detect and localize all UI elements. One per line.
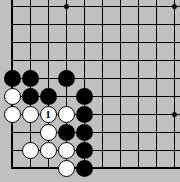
intersection — [39, 51, 57, 69]
intersection — [111, 69, 129, 87]
intersection — [75, 33, 93, 51]
intersection — [21, 123, 39, 141]
intersection — [111, 159, 129, 177]
white-stone — [4, 106, 21, 123]
intersection — [129, 69, 147, 87]
black-stone — [76, 142, 93, 159]
intersection — [129, 51, 147, 69]
intersection — [165, 51, 180, 69]
black-stone — [76, 106, 93, 123]
intersection — [3, 141, 21, 159]
intersection — [21, 0, 39, 15]
intersection — [93, 33, 111, 51]
intersection — [93, 69, 111, 87]
intersection — [93, 105, 111, 123]
intersection — [3, 159, 21, 177]
black-stone — [40, 88, 57, 105]
white-stone — [4, 88, 21, 105]
black-stone — [58, 70, 75, 87]
intersection — [3, 69, 21, 87]
intersection — [165, 33, 180, 51]
intersection — [21, 141, 39, 159]
intersection — [21, 51, 39, 69]
intersection — [147, 159, 165, 177]
intersection — [165, 105, 180, 123]
intersection — [57, 87, 75, 105]
black-stone — [76, 88, 93, 105]
intersection — [75, 15, 93, 33]
intersection — [147, 69, 165, 87]
intersection: 1 — [39, 105, 57, 123]
white-stone — [22, 142, 39, 159]
intersection — [165, 159, 180, 177]
intersection — [129, 0, 147, 15]
intersection — [75, 159, 93, 177]
intersection — [75, 87, 93, 105]
intersection — [129, 15, 147, 33]
intersection — [57, 141, 75, 159]
intersection — [3, 123, 21, 141]
intersection — [93, 51, 111, 69]
intersection — [75, 51, 93, 69]
intersection — [39, 87, 57, 105]
star-point — [172, 112, 177, 117]
intersection — [57, 69, 75, 87]
intersection — [111, 51, 129, 69]
intersection — [147, 141, 165, 159]
intersection — [57, 105, 75, 123]
intersection — [111, 141, 129, 159]
intersection — [3, 51, 21, 69]
intersection — [147, 15, 165, 33]
intersection — [21, 105, 39, 123]
white-stone — [40, 142, 57, 159]
intersection — [147, 51, 165, 69]
intersection — [147, 123, 165, 141]
go-diagram-screen: 1 — [0, 0, 180, 182]
go-board: 1 — [3, 0, 180, 177]
white-stone — [58, 106, 75, 123]
intersection — [165, 0, 180, 15]
intersection — [75, 141, 93, 159]
intersection — [39, 15, 57, 33]
white-stone — [22, 106, 39, 123]
intersection — [39, 69, 57, 87]
intersection — [3, 105, 21, 123]
intersection — [75, 0, 93, 15]
intersection — [111, 33, 129, 51]
intersection — [57, 51, 75, 69]
star-point — [64, 4, 69, 9]
move-number-label: 1 — [45, 109, 51, 120]
intersection — [21, 87, 39, 105]
intersection — [57, 159, 75, 177]
intersection — [111, 0, 129, 15]
intersection — [39, 141, 57, 159]
intersection — [39, 159, 57, 177]
intersection — [129, 141, 147, 159]
black-stone — [4, 70, 21, 87]
white-stone — [58, 142, 75, 159]
intersection — [3, 0, 21, 15]
intersection — [129, 33, 147, 51]
intersection — [93, 159, 111, 177]
intersection — [3, 33, 21, 51]
star-point — [172, 4, 177, 9]
intersection — [75, 123, 93, 141]
intersection — [21, 69, 39, 87]
intersection — [165, 123, 180, 141]
intersection — [57, 123, 75, 141]
white-stone-marked-1: 1 — [40, 106, 57, 123]
intersection — [129, 159, 147, 177]
black-stone — [22, 70, 39, 87]
intersection — [129, 105, 147, 123]
intersection — [129, 87, 147, 105]
intersection — [75, 105, 93, 123]
intersection — [93, 0, 111, 15]
intersection — [39, 0, 57, 15]
intersection — [93, 123, 111, 141]
intersection — [93, 15, 111, 33]
intersection — [3, 15, 21, 33]
intersection — [93, 141, 111, 159]
intersection — [147, 87, 165, 105]
intersection — [57, 33, 75, 51]
intersection — [3, 87, 21, 105]
intersection — [111, 87, 129, 105]
intersection — [111, 123, 129, 141]
intersection — [165, 141, 180, 159]
white-stone — [58, 160, 75, 177]
intersection — [21, 33, 39, 51]
intersection — [57, 15, 75, 33]
intersection — [129, 123, 147, 141]
intersection — [57, 0, 75, 15]
black-stone — [76, 160, 93, 177]
intersection — [39, 123, 57, 141]
intersection — [147, 105, 165, 123]
intersection — [111, 105, 129, 123]
intersection — [111, 15, 129, 33]
intersection — [147, 0, 165, 15]
intersection — [165, 15, 180, 33]
white-stone — [40, 124, 57, 141]
black-stone — [22, 88, 39, 105]
intersection — [165, 69, 180, 87]
intersection — [165, 87, 180, 105]
intersection — [147, 33, 165, 51]
intersection — [93, 87, 111, 105]
black-stone — [76, 124, 93, 141]
black-stone — [58, 124, 75, 141]
intersection — [21, 159, 39, 177]
intersection — [75, 69, 93, 87]
intersection — [39, 33, 57, 51]
intersection — [21, 15, 39, 33]
